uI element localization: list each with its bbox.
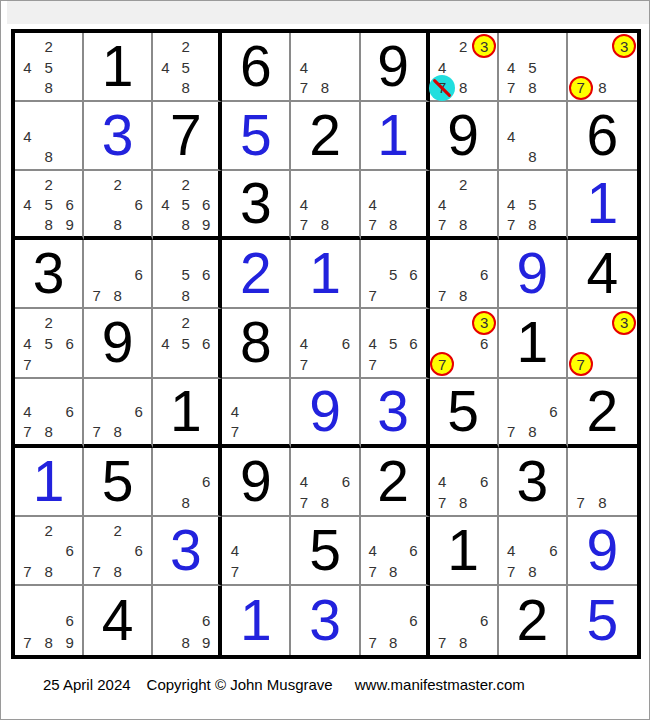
candidate-5: 5 <box>38 57 59 78</box>
candidate-4: 4 <box>155 333 175 354</box>
pencil-marks: 678 <box>432 589 495 653</box>
pencil-marks: 478 <box>293 174 356 234</box>
candidate-7: 7 <box>86 285 107 306</box>
candidate-6: 6 <box>403 610 423 631</box>
given-digit: 1 <box>499 309 566 376</box>
sudoku-board: 2458124586478923478457837848375219486245… <box>11 29 641 659</box>
footer-copyright: Copyright © John Musgrave <box>147 676 333 693</box>
solved-digit: 3 <box>153 517 218 584</box>
candidate-9: 9 <box>59 632 80 653</box>
pencil-marks: 4578 <box>501 174 564 234</box>
cell-r5c7[interactable]: 367 <box>430 309 499 378</box>
cell-r3c2[interactable]: 268 <box>84 171 153 240</box>
cell-r2c2[interactable]: 3 <box>84 102 153 171</box>
candidate-2: 2 <box>107 174 128 194</box>
cell-r9c5[interactable]: 3 <box>291 586 360 655</box>
pencil-marks: 48 <box>17 105 80 167</box>
candidate-6: 6 <box>128 194 149 214</box>
cell-r3c3[interactable]: 245689 <box>153 171 222 240</box>
given-digit: 6 <box>568 102 637 169</box>
candidate-6: 6 <box>59 194 80 214</box>
candidate-8: 8 <box>38 77 59 98</box>
cell-r6c4[interactable]: 47 <box>222 379 291 448</box>
pencil-marks: 4678 <box>17 382 80 442</box>
solved-digit: 1 <box>568 171 637 236</box>
candidate-8: 8 <box>453 285 474 306</box>
candidate-8: 8 <box>107 214 128 234</box>
candidate-7: 7 <box>432 492 453 513</box>
candidate-6: 6 <box>336 471 357 492</box>
candidate-7: 7 <box>17 422 38 442</box>
given-digit: 4 <box>568 240 637 307</box>
candidate-7: 7 <box>17 561 38 582</box>
candidate-7: 7 <box>501 77 522 98</box>
candidate-8: 8 <box>522 561 543 582</box>
given-digit: 4 <box>84 586 151 655</box>
cell-r8c7[interactable]: 1 <box>430 517 499 586</box>
candidate-8: 8 <box>453 214 474 234</box>
candidate-4: 4 <box>432 194 453 214</box>
solved-digit: 9 <box>568 517 637 584</box>
candidate-7: 7 <box>432 77 453 98</box>
cell-r4c2[interactable]: 678 <box>84 240 153 309</box>
candidate-2: 2 <box>453 36 474 57</box>
cell-r1c2[interactable]: 1 <box>84 33 153 102</box>
candidate-8: 8 <box>383 632 403 653</box>
solved-digit: 9 <box>291 379 358 444</box>
given-digit: 2 <box>499 586 566 655</box>
given-digit: 3 <box>222 171 289 236</box>
cell-r1c8[interactable]: 4578 <box>499 33 568 102</box>
candidate-6: 6 <box>59 540 80 561</box>
cell-r4c8[interactable]: 9 <box>499 240 568 309</box>
solved-digit: 3 <box>291 586 358 655</box>
candidate-6: 6 <box>474 471 495 492</box>
pencil-marks: 567 <box>363 243 424 305</box>
candidate-7: 7 <box>501 561 522 582</box>
candidate-9: 9 <box>196 632 216 653</box>
candidate-6: 6 <box>474 264 495 285</box>
candidate-6: 6 <box>196 333 216 354</box>
given-digit: 2 <box>291 102 358 169</box>
cell-r2c9[interactable]: 6 <box>568 102 637 171</box>
cell-r3c1[interactable]: 245689 <box>15 171 84 240</box>
given-digit: 2 <box>568 379 637 444</box>
given-digit: 8 <box>222 309 289 376</box>
candidate-9: 9 <box>196 214 216 234</box>
cell-r9c9[interactable]: 5 <box>568 586 637 655</box>
candidate-4: 4 <box>432 57 453 78</box>
pencil-marks: 4678 <box>432 451 495 513</box>
candidate-6: 6 <box>196 194 216 214</box>
candidate-8: 8 <box>522 422 543 442</box>
candidate-6: 6 <box>196 610 216 631</box>
candidate-7: 7 <box>570 354 592 375</box>
candidate-7: 7 <box>363 214 383 234</box>
candidate-6: 6 <box>543 540 564 561</box>
cell-r4c3[interactable]: 568 <box>153 240 222 309</box>
candidate-4: 4 <box>17 402 38 422</box>
candidate-4: 4 <box>224 402 245 422</box>
given-digit: 7 <box>153 102 218 169</box>
candidate-7: 7 <box>363 561 383 582</box>
candidate-2: 2 <box>107 520 128 541</box>
cell-r7c3[interactable]: 68 <box>153 448 222 517</box>
cell-r8c9[interactable]: 9 <box>568 517 637 586</box>
cell-r3c9[interactable]: 1 <box>568 171 637 240</box>
cell-r5c1[interactable]: 24567 <box>15 309 84 378</box>
page: { "game": "sudoku", "position": "0106090… <box>0 0 650 720</box>
candidate-7: 7 <box>224 561 245 582</box>
candidate-8: 8 <box>314 214 335 234</box>
cell-r4c4[interactable]: 2 <box>222 240 291 309</box>
cell-r9c2[interactable]: 4 <box>84 586 153 655</box>
cell-r5c8[interactable]: 1 <box>499 309 568 378</box>
cell-r9c1[interactable]: 6789 <box>15 586 84 655</box>
pencil-marks: 478 <box>293 36 356 98</box>
pencil-marks: 378 <box>570 36 635 98</box>
candidate-4: 4 <box>17 194 38 214</box>
candidate-4: 4 <box>501 194 522 214</box>
candidate-6: 6 <box>474 610 495 631</box>
candidate-9: 9 <box>59 214 80 234</box>
pencil-marks: 568 <box>155 243 216 305</box>
candidate-6: 6 <box>474 333 495 354</box>
candidate-6: 6 <box>59 402 80 422</box>
cell-r2c4[interactable]: 5 <box>222 102 291 171</box>
cell-r8c8[interactable]: 4678 <box>499 517 568 586</box>
pencil-marks: 678 <box>501 382 564 442</box>
candidate-4: 4 <box>501 540 522 561</box>
candidate-8: 8 <box>314 492 335 513</box>
candidate-7: 7 <box>501 214 522 234</box>
cell-r7c6[interactable]: 2 <box>361 448 430 517</box>
candidate-7: 7 <box>293 214 314 234</box>
solved-digit: 3 <box>84 102 151 169</box>
solved-digit: 3 <box>361 379 426 444</box>
pencil-marks: 4678 <box>363 520 424 582</box>
candidate-5: 5 <box>522 194 543 214</box>
candidate-7: 7 <box>363 285 383 306</box>
cell-r7c9[interactable]: 78 <box>568 448 637 517</box>
candidate-8: 8 <box>522 147 543 168</box>
candidate-7: 7 <box>293 354 314 375</box>
cell-r2c8[interactable]: 48 <box>499 102 568 171</box>
candidate-8: 8 <box>522 214 543 234</box>
candidate-2: 2 <box>38 174 59 194</box>
candidate-5: 5 <box>176 194 196 214</box>
candidate-7: 7 <box>293 77 314 98</box>
candidate-2: 2 <box>38 36 59 57</box>
candidate-8: 8 <box>176 77 196 98</box>
candidate-8: 8 <box>107 422 128 442</box>
solved-digit: 2 <box>222 240 289 307</box>
candidate-7: 7 <box>501 422 522 442</box>
pencil-marks: 689 <box>155 589 216 653</box>
candidate-3: 3 <box>613 36 635 57</box>
candidate-3: 3 <box>474 36 495 57</box>
cell-r4c9[interactable]: 4 <box>568 240 637 309</box>
candidate-6: 6 <box>336 333 357 354</box>
candidate-4: 4 <box>501 126 522 147</box>
candidate-6: 6 <box>128 264 149 285</box>
given-digit: 1 <box>84 33 151 100</box>
cell-r4c7[interactable]: 678 <box>430 240 499 309</box>
candidate-8: 8 <box>453 77 474 98</box>
candidate-8: 8 <box>38 147 59 168</box>
pencil-marks: 245689 <box>155 174 216 234</box>
cell-r2c1[interactable]: 48 <box>15 102 84 171</box>
cell-r8c6[interactable]: 4678 <box>361 517 430 586</box>
cell-r4c1[interactable]: 3 <box>15 240 84 309</box>
cell-r8c4[interactable]: 47 <box>222 517 291 586</box>
cell-r7c7[interactable]: 4678 <box>430 448 499 517</box>
candidate-7: 7 <box>570 492 592 513</box>
cell-r9c3[interactable]: 689 <box>153 586 222 655</box>
cell-r6c7[interactable]: 5 <box>430 379 499 448</box>
solved-digit: 1 <box>291 240 358 307</box>
cell-r8c1[interactable]: 2678 <box>15 517 84 586</box>
candidate-4: 4 <box>501 57 522 78</box>
candidate-8: 8 <box>38 422 59 442</box>
candidate-5: 5 <box>176 57 196 78</box>
candidate-7: 7 <box>86 422 107 442</box>
candidate-8: 8 <box>522 77 543 98</box>
cell-r3c8[interactable]: 4578 <box>499 171 568 240</box>
candidate-2: 2 <box>176 174 196 194</box>
cell-r8c3[interactable]: 3 <box>153 517 222 586</box>
cell-r5c2[interactable]: 9 <box>84 309 153 378</box>
candidate-8: 8 <box>453 492 474 513</box>
candidate-2: 2 <box>453 174 474 194</box>
cell-r6c1[interactable]: 4678 <box>15 379 84 448</box>
candidate-7: 7 <box>432 354 453 375</box>
pencil-marks: 47 <box>224 520 287 582</box>
given-digit: 1 <box>153 379 218 444</box>
cell-r5c9[interactable]: 37 <box>568 309 637 378</box>
pencil-marks: 2678 <box>86 520 149 582</box>
candidate-6: 6 <box>403 333 423 354</box>
candidate-8: 8 <box>38 561 59 582</box>
candidate-6: 6 <box>59 333 80 354</box>
given-digit: 6 <box>222 33 289 100</box>
candidate-7: 7 <box>570 77 592 98</box>
solved-digit: 1 <box>15 448 82 515</box>
cell-r1c5[interactable]: 478 <box>291 33 360 102</box>
candidate-4: 4 <box>293 333 314 354</box>
cell-r5c6[interactable]: 4567 <box>361 309 430 378</box>
solved-digit: 5 <box>568 586 637 655</box>
cell-r4c6[interactable]: 567 <box>361 240 430 309</box>
cell-r6c5[interactable]: 9 <box>291 379 360 448</box>
candidate-7: 7 <box>432 632 453 653</box>
candidate-4: 4 <box>363 333 383 354</box>
given-digit: 3 <box>499 448 566 515</box>
solved-digit: 5 <box>222 102 289 169</box>
candidate-8: 8 <box>176 632 196 653</box>
candidate-6: 6 <box>196 471 216 492</box>
candidate-4: 4 <box>155 194 175 214</box>
candidate-8: 8 <box>176 214 196 234</box>
cell-r6c2[interactable]: 678 <box>84 379 153 448</box>
cell-r8c2[interactable]: 2678 <box>84 517 153 586</box>
candidate-6: 6 <box>403 540 423 561</box>
footer: 25 April 2024Copyright © John Musgraveww… <box>43 676 525 693</box>
cell-r5c3[interactable]: 2456 <box>153 309 222 378</box>
candidate-5: 5 <box>38 333 59 354</box>
cell-r2c5[interactable]: 2 <box>291 102 360 171</box>
candidate-7: 7 <box>86 561 107 582</box>
pencil-marks: 47 <box>224 382 287 442</box>
candidate-4: 4 <box>17 57 38 78</box>
pencil-marks: 268 <box>86 174 149 234</box>
candidate-8: 8 <box>38 632 59 653</box>
pencil-marks: 24567 <box>17 312 80 374</box>
pencil-marks: 68 <box>155 451 216 513</box>
cell-r1c1[interactable]: 2458 <box>15 33 84 102</box>
given-digit: 2 <box>361 448 426 515</box>
candidate-8: 8 <box>176 492 196 513</box>
cell-r7c1[interactable]: 1 <box>15 448 84 517</box>
candidate-6: 6 <box>403 264 423 285</box>
candidate-4: 4 <box>224 540 245 561</box>
candidate-5: 5 <box>383 264 403 285</box>
cell-r9c8[interactable]: 2 <box>499 586 568 655</box>
cell-r7c2[interactable]: 5 <box>84 448 153 517</box>
candidate-8: 8 <box>176 285 196 306</box>
cell-r6c6[interactable]: 3 <box>361 379 430 448</box>
cell-r6c3[interactable]: 1 <box>153 379 222 448</box>
cell-r3c4[interactable]: 3 <box>222 171 291 240</box>
candidate-6: 6 <box>128 402 149 422</box>
cell-r5c4[interactable]: 8 <box>222 309 291 378</box>
cell-r4c5[interactable]: 1 <box>291 240 360 309</box>
candidate-5: 5 <box>176 333 196 354</box>
cell-r8c5[interactable]: 5 <box>291 517 360 586</box>
candidate-3: 3 <box>613 312 635 333</box>
given-digit: 5 <box>430 379 497 444</box>
candidate-6: 6 <box>543 402 564 422</box>
solved-digit: 1 <box>361 102 426 169</box>
cell-r3c7[interactable]: 2478 <box>430 171 499 240</box>
pencil-marks: 6789 <box>17 589 80 653</box>
solved-digit: 1 <box>222 586 289 655</box>
cell-r2c6[interactable]: 1 <box>361 102 430 171</box>
given-digit: 9 <box>361 33 426 100</box>
candidate-8: 8 <box>383 214 403 234</box>
candidate-5: 5 <box>38 194 59 214</box>
cell-r9c7[interactable]: 678 <box>430 586 499 655</box>
candidate-4: 4 <box>293 471 314 492</box>
candidate-8: 8 <box>314 77 335 98</box>
pencil-marks: 4578 <box>501 36 564 98</box>
candidate-3: 3 <box>474 312 495 333</box>
candidate-4: 4 <box>293 194 314 214</box>
cell-r3c6[interactable]: 478 <box>361 171 430 240</box>
candidate-8: 8 <box>592 77 614 98</box>
candidate-4: 4 <box>432 471 453 492</box>
pencil-marks: 4567 <box>363 312 424 374</box>
candidate-7: 7 <box>293 492 314 513</box>
candidate-7: 7 <box>432 285 453 306</box>
given-digit: 1 <box>430 517 497 584</box>
cell-r7c8[interactable]: 3 <box>499 448 568 517</box>
candidate-5: 5 <box>383 333 403 354</box>
cell-r1c9[interactable]: 378 <box>568 33 637 102</box>
pencil-marks: 48 <box>501 105 564 167</box>
candidate-5: 5 <box>522 57 543 78</box>
given-digit: 9 <box>222 448 289 515</box>
candidate-7: 7 <box>17 354 38 375</box>
pencil-marks: 2478 <box>432 174 495 234</box>
candidate-7: 7 <box>363 632 383 653</box>
pencil-marks: 245689 <box>17 174 80 234</box>
candidate-6: 6 <box>59 610 80 631</box>
pencil-marks: 678 <box>432 243 495 305</box>
cell-r6c9[interactable]: 2 <box>568 379 637 448</box>
cell-r1c7[interactable]: 23478 <box>430 33 499 102</box>
cell-r7c5[interactable]: 4678 <box>291 448 360 517</box>
given-digit: 9 <box>430 102 497 169</box>
pencil-marks: 467 <box>293 312 356 374</box>
candidate-2: 2 <box>38 520 59 541</box>
cell-r1c4[interactable]: 6 <box>222 33 291 102</box>
cell-r9c6[interactable]: 678 <box>361 586 430 655</box>
solved-digit: 9 <box>499 240 566 307</box>
pencil-marks: 23478 <box>432 36 495 98</box>
pencil-marks: 2458 <box>17 36 80 98</box>
footer-website: www.manifestmaster.com <box>355 676 525 693</box>
given-digit: 9 <box>84 309 151 376</box>
cell-r1c6[interactable]: 9 <box>361 33 430 102</box>
candidate-8: 8 <box>107 561 128 582</box>
candidate-7: 7 <box>363 354 383 375</box>
footer-date: 25 April 2024 <box>43 676 131 693</box>
pencil-marks: 678 <box>363 589 424 653</box>
pencil-marks: 4678 <box>293 451 356 513</box>
cell-r2c3[interactable]: 7 <box>153 102 222 171</box>
candidate-2: 2 <box>176 312 196 333</box>
candidate-2: 2 <box>38 312 59 333</box>
pencil-marks: 78 <box>570 451 635 513</box>
candidate-4: 4 <box>17 333 38 354</box>
candidate-8: 8 <box>107 285 128 306</box>
pencil-marks: 678 <box>86 243 149 305</box>
candidate-8: 8 <box>453 632 474 653</box>
candidate-7: 7 <box>17 632 38 653</box>
cell-r5c5[interactable]: 467 <box>291 309 360 378</box>
given-digit: 5 <box>84 448 151 515</box>
pencil-marks: 2678 <box>17 520 80 582</box>
cell-r7c4[interactable]: 9 <box>222 448 291 517</box>
pencil-marks: 2458 <box>155 36 216 98</box>
candidate-2: 2 <box>176 36 196 57</box>
candidate-4: 4 <box>155 57 175 78</box>
cell-r9c4[interactable]: 1 <box>222 586 291 655</box>
candidate-4: 4 <box>293 57 314 78</box>
pencil-marks: 2456 <box>155 312 216 374</box>
cell-r1c3[interactable]: 2458 <box>153 33 222 102</box>
cell-r3c5[interactable]: 478 <box>291 171 360 240</box>
candidate-4: 4 <box>363 194 383 214</box>
cell-r6c8[interactable]: 678 <box>499 379 568 448</box>
candidate-4: 4 <box>363 540 383 561</box>
given-digit: 3 <box>15 240 82 307</box>
candidate-8: 8 <box>38 214 59 234</box>
candidate-7: 7 <box>224 422 245 442</box>
pencil-marks: 4678 <box>501 520 564 582</box>
cell-r2c7[interactable]: 9 <box>430 102 499 171</box>
